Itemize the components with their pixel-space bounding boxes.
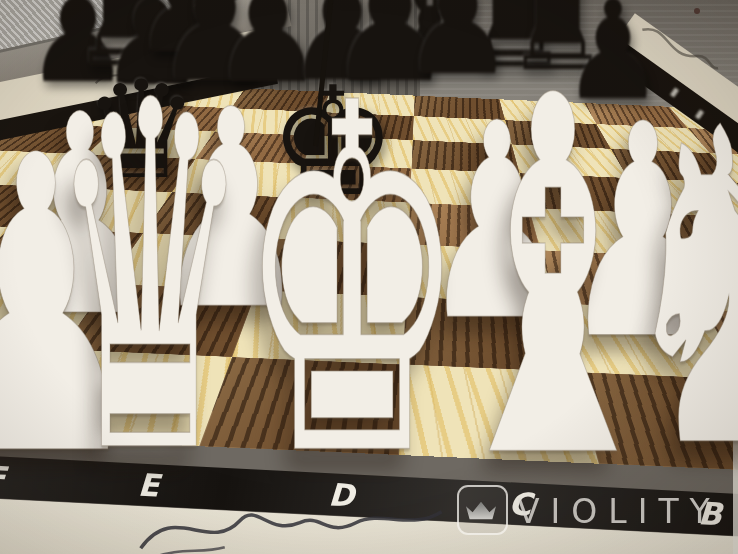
piece-white-queen: ♛ — [49, 41, 251, 521]
piece-white-knight: ♞ — [614, 74, 738, 509]
watermark-text: VIOLITY — [517, 492, 721, 531]
chess-photo-stage: FEDCB ♟♜♟♟♟♟♟♟♝♟♜♜♟♛♚♟♟♛♟♚♟♝♟♞ VIOLITY — [0, 0, 738, 554]
